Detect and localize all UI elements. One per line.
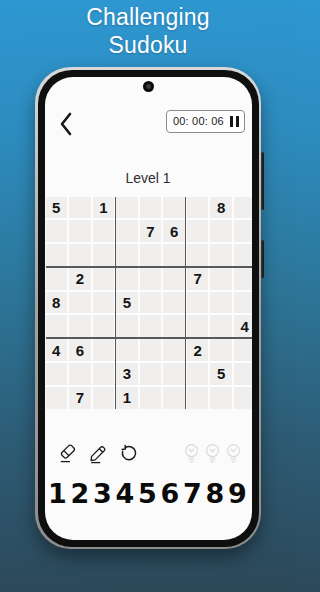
grid-cell-r2c4[interactable] <box>116 220 138 242</box>
grid-cell-r3c7[interactable] <box>187 244 209 266</box>
grid-cell-r6c3[interactable] <box>93 315 115 337</box>
numpad-digit-5[interactable]: 5 <box>137 478 159 509</box>
grid-cell-r8c5[interactable] <box>140 363 162 385</box>
hint-bulb-icon <box>183 443 200 469</box>
sudoku-grid: 51876278544623571 <box>46 197 252 409</box>
grid-cell-r6c1[interactable] <box>46 315 68 337</box>
numpad-digit-3[interactable]: 3 <box>92 478 114 509</box>
grid-cell-r8c1[interactable] <box>46 363 68 385</box>
grid-cell-r7c5[interactable] <box>140 339 162 361</box>
grid-cell-r5c3[interactable] <box>93 292 115 314</box>
grid-cell-r8c3[interactable] <box>93 363 115 385</box>
grid-cell-r8c9[interactable] <box>234 363 252 385</box>
grid-cell-r2c2[interactable] <box>69 220 91 242</box>
grid-cell-r2c6[interactable]: 6 <box>163 220 185 242</box>
grid-cell-r3c2[interactable] <box>69 244 91 266</box>
grid-cell-r5c4[interactable]: 5 <box>116 292 138 314</box>
timer-text: 00: 00: 06 <box>173 115 224 127</box>
tool-buttons <box>57 445 139 467</box>
grid-cell-r9c1[interactable] <box>46 387 68 409</box>
grid-cell-r6c9[interactable]: 4 <box>234 315 252 337</box>
grid-cell-r7c7[interactable]: 2 <box>187 339 209 361</box>
grid-cell-r6c7[interactable] <box>187 315 209 337</box>
grid-cell-r6c5[interactable] <box>140 315 162 337</box>
grid-cell-r5c7[interactable] <box>187 292 209 314</box>
volume-button <box>261 152 265 210</box>
app-title-line1: Challenging <box>0 3 296 31</box>
grid-cell-r3c1[interactable] <box>46 244 68 266</box>
grid-cell-r8c8[interactable]: 5 <box>210 363 232 385</box>
power-button <box>261 240 265 278</box>
grid-cell-r5c1[interactable]: 8 <box>46 292 68 314</box>
grid-cell-r8c4[interactable]: 3 <box>116 363 138 385</box>
grid-cell-r2c9[interactable] <box>234 220 252 242</box>
grid-cell-r4c4[interactable] <box>116 268 138 290</box>
grid-cell-r1c5[interactable] <box>140 197 162 219</box>
grid-cell-r7c4[interactable] <box>116 339 138 361</box>
phone-screen: 00: 00: 06 Level 1 51876278544623571 <box>45 77 252 540</box>
grid-cell-r1c9[interactable] <box>234 197 252 219</box>
grid-cell-r7c3[interactable] <box>93 339 115 361</box>
timer: 00: 00: 06 <box>166 110 245 133</box>
block-divider-vertical-2 <box>185 197 186 409</box>
grid-cell-r5c9[interactable] <box>234 292 252 314</box>
grid-cell-r4c9[interactable] <box>234 268 252 290</box>
grid-cell-r7c9[interactable] <box>234 339 252 361</box>
grid-cell-r7c1[interactable]: 4 <box>46 339 68 361</box>
grid-cell-r6c6[interactable] <box>163 315 185 337</box>
grid-cell-r2c7[interactable] <box>187 220 209 242</box>
grid-cell-r6c8[interactable] <box>210 315 232 337</box>
grid-cell-r9c7[interactable] <box>187 387 209 409</box>
grid-cell-r5c5[interactable] <box>140 292 162 314</box>
grid-cell-r4c7[interactable]: 7 <box>187 268 209 290</box>
eraser-button[interactable] <box>57 445 79 467</box>
grid-cell-r3c6[interactable] <box>163 244 185 266</box>
grid-cell-r1c1[interactable]: 5 <box>46 197 68 219</box>
grid-cell-r4c6[interactable] <box>163 268 185 290</box>
grid-cell-r8c6[interactable] <box>163 363 185 385</box>
numpad: 123456789 <box>47 478 249 509</box>
grid-cell-r4c2[interactable]: 2 <box>69 268 91 290</box>
grid-cell-r1c2[interactable] <box>69 197 91 219</box>
pencil-icon <box>87 443 109 468</box>
grid-cell-r9c9[interactable] <box>234 387 252 409</box>
numpad-digit-1[interactable]: 1 <box>47 478 69 509</box>
grid-cell-r7c2[interactable]: 6 <box>69 339 91 361</box>
toolbar <box>57 444 243 468</box>
grid-cell-r9c5[interactable] <box>140 387 162 409</box>
grid-cell-r3c4[interactable] <box>116 244 138 266</box>
grid-cell-r5c2[interactable] <box>69 292 91 314</box>
grid-cell-r3c9[interactable] <box>234 244 252 266</box>
hint-bulb-icon <box>204 443 221 469</box>
numpad-digit-7[interactable]: 7 <box>182 478 204 509</box>
grid-cell-r1c4[interactable] <box>116 197 138 219</box>
grid-cell-r5c8[interactable] <box>210 292 232 314</box>
eraser-icon <box>57 443 78 468</box>
pause-icon[interactable] <box>230 116 239 127</box>
block-divider-horizontal-2 <box>46 337 252 338</box>
app-title: Challenging Sudoku <box>0 3 296 59</box>
grid-cell-r6c2[interactable] <box>69 315 91 337</box>
numpad-digit-8[interactable]: 8 <box>204 478 226 509</box>
chevron-left-icon <box>58 123 74 140</box>
hint-button[interactable] <box>183 445 201 467</box>
grid-cell-r9c6[interactable] <box>163 387 185 409</box>
pencil-notes-button[interactable] <box>87 445 109 467</box>
app-title-line2: Sudoku <box>0 31 296 59</box>
grid-cell-r2c1[interactable] <box>46 220 68 242</box>
numpad-digit-6[interactable]: 6 <box>159 478 181 509</box>
hint-button[interactable] <box>204 445 222 467</box>
numpad-digit-4[interactable]: 4 <box>114 478 136 509</box>
hint-buttons <box>183 445 243 467</box>
grid-cell-r1c6[interactable] <box>163 197 185 219</box>
hint-button[interactable] <box>225 445 243 467</box>
grid-cell-r8c7[interactable] <box>187 363 209 385</box>
phone-bezel: 00: 00: 06 Level 1 51876278544623571 <box>38 70 259 547</box>
grid-cell-r3c8[interactable] <box>210 244 232 266</box>
grid-cell-r3c3[interactable] <box>93 244 115 266</box>
grid-cell-r8c2[interactable] <box>69 363 91 385</box>
grid-cell-r9c2[interactable]: 7 <box>69 387 91 409</box>
hint-bulb-icon <box>225 443 242 469</box>
grid-cell-r1c7[interactable] <box>187 197 209 219</box>
undo-button[interactable] <box>117 445 139 467</box>
grid-cell-r2c5[interactable]: 7 <box>140 220 162 242</box>
phone-frame: 00: 00: 06 Level 1 51876278544623571 <box>35 67 261 549</box>
back-button[interactable] <box>58 111 74 137</box>
block-divider-vertical-1 <box>115 197 116 409</box>
grid-cell-r9c3[interactable] <box>93 387 115 409</box>
grid-cell-r4c1[interactable] <box>46 268 68 290</box>
grid-cell-r4c3[interactable] <box>93 268 115 290</box>
grid-cell-r7c8[interactable] <box>210 339 232 361</box>
block-divider-horizontal-1 <box>46 266 252 267</box>
grid-cell-r2c3[interactable] <box>93 220 115 242</box>
grid-cell-r4c8[interactable] <box>210 268 232 290</box>
grid-cell-r9c8[interactable] <box>210 387 232 409</box>
level-label: Level 1 <box>45 170 252 186</box>
grid-cell-r6c4[interactable] <box>116 315 138 337</box>
grid-cell-r4c5[interactable] <box>140 268 162 290</box>
grid-cell-r9c4[interactable]: 1 <box>116 387 138 409</box>
numpad-digit-9[interactable]: 9 <box>227 478 249 509</box>
grid-cell-r3c5[interactable] <box>140 244 162 266</box>
camera-punch-hole-icon <box>143 81 154 92</box>
grid-cell-r1c8[interactable]: 8 <box>210 197 232 219</box>
grid-cell-r1c3[interactable]: 1 <box>93 197 115 219</box>
grid-cell-r7c6[interactable] <box>163 339 185 361</box>
numpad-digit-2[interactable]: 2 <box>69 478 91 509</box>
grid-cell-r5c6[interactable] <box>163 292 185 314</box>
undo-icon <box>118 444 138 468</box>
grid-cell-r2c8[interactable] <box>210 220 232 242</box>
